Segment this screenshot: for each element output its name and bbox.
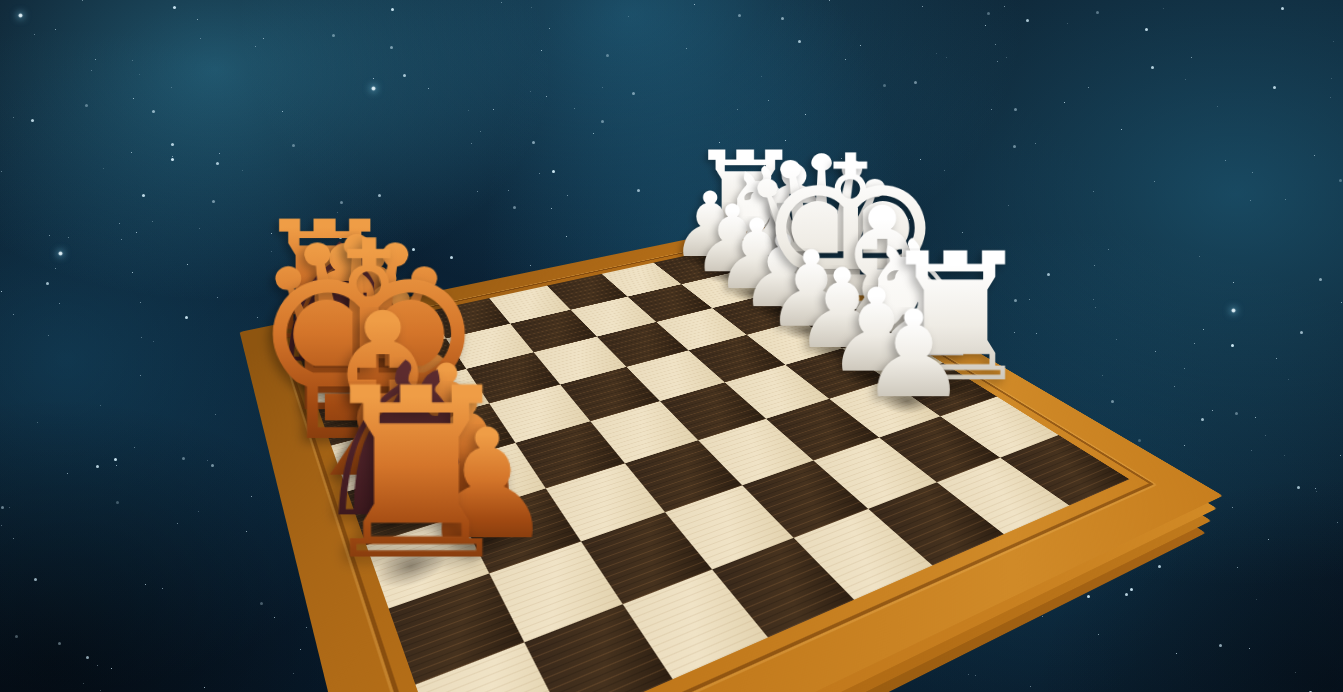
pawn-glyph: ♟	[762, 307, 1064, 404]
game-scene: ♜♟♞♟♝♟♛♟♚♟♟♝♜♟♟♞♞♟♟♜♝♟♟♛♟♚♟♝♟♞♟♜ rnbqkbn…	[0, 0, 1343, 692]
board-scene: ♜♟♞♟♝♟♛♟♚♟♟♝♜♟♟♞♞♟♟♜♝♟♟♛♟♚♟♝♟♞♟♜	[0, 0, 1343, 692]
rook-glyph: ♜	[220, 381, 613, 569]
chess-board: ♜♟♞♟♝♟♛♟♚♟♟♝♜♟♟♞♞♟♟♜♝♟♟♛♟♚♟♝♟♞♟♜	[240, 224, 1224, 692]
